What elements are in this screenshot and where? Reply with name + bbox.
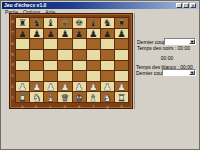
maximize-button[interactable]: □ (183, 3, 189, 8)
square-h1[interactable]: ♜ (115, 92, 128, 102)
square-h3[interactable] (115, 71, 128, 81)
file-label-c: c (44, 103, 58, 110)
square-a6[interactable] (16, 39, 29, 49)
square-b1[interactable]: ♞ (30, 92, 43, 102)
black-rook-piece: ♜ (18, 18, 27, 27)
black-time-value: 00:00 (178, 45, 191, 51)
square-c4[interactable] (44, 61, 57, 71)
square-b4[interactable] (30, 61, 43, 71)
square-f6[interactable] (87, 39, 100, 49)
square-g7[interactable]: ♟ (101, 29, 114, 39)
black-time-label: Temps des noirs : (137, 45, 176, 51)
square-f1[interactable]: ♝ (87, 92, 100, 102)
white-rook-piece: ♜ (18, 93, 27, 102)
square-e6[interactable] (73, 39, 86, 49)
black-last-move-select[interactable]: ▼ (164, 38, 196, 45)
square-c8[interactable]: ♝ (44, 18, 57, 28)
square-g1[interactable]: ♞ (101, 92, 114, 102)
square-f5[interactable] (87, 50, 100, 60)
white-king-piece: ♚ (75, 93, 84, 102)
white-knight-piece: ♞ (103, 93, 112, 102)
square-h5[interactable] (115, 50, 128, 60)
black-bishop-piece: ♝ (47, 18, 56, 27)
white-rook-piece: ♜ (117, 93, 126, 102)
file-labels: abcdefgh (15, 103, 129, 110)
square-a4[interactable] (16, 61, 29, 71)
square-a3[interactable] (16, 71, 29, 81)
white-pawn-piece: ♟ (18, 82, 27, 91)
white-move-dropdown-button[interactable]: ▼ (189, 70, 195, 75)
close-button[interactable]: × (190, 3, 196, 8)
square-a5[interactable] (16, 50, 29, 60)
square-b2[interactable]: ♟ (30, 82, 43, 92)
square-h8[interactable]: ♜ (115, 18, 128, 28)
square-d4[interactable] (58, 61, 71, 71)
minimize-button[interactable]: _ (176, 3, 182, 8)
white-pawn-piece: ♟ (75, 82, 84, 91)
black-rook-piece: ♜ (117, 18, 126, 27)
white-pawn-piece: ♟ (89, 82, 98, 91)
square-d8[interactable]: ♛ (58, 18, 71, 28)
maximize-icon: □ (184, 3, 188, 8)
square-e3[interactable] (73, 71, 86, 81)
white-queen-piece: ♛ (61, 93, 70, 102)
square-g3[interactable] (101, 71, 114, 81)
white-last-move-select[interactable]: ▼ (162, 69, 196, 76)
black-time-row: Temps des noirs : 00:00 (137, 45, 190, 51)
black-bishop-piece: ♝ (89, 18, 98, 27)
black-knight-piece: ♞ (32, 18, 41, 27)
square-b3[interactable] (30, 71, 43, 81)
square-f2[interactable]: ♟ (87, 82, 100, 92)
black-pawn-piece: ♟ (89, 29, 98, 38)
square-f4[interactable] (87, 61, 100, 71)
window-controls: _ □ × (176, 2, 197, 9)
square-h7[interactable]: ♟ (115, 29, 128, 39)
black-move-dropdown-button[interactable]: ▼ (189, 39, 195, 44)
square-b7[interactable]: ♟ (30, 29, 43, 39)
square-d3[interactable] (58, 71, 71, 81)
square-b5[interactable] (30, 50, 43, 60)
square-c5[interactable] (44, 50, 57, 60)
file-label-b: b (29, 103, 43, 110)
black-queen-piece: ♛ (61, 18, 70, 27)
chess-app-window: Jeu d'échecs v1.0 _ □ × PartieOptionsAid… (0, 0, 200, 150)
black-pawn-piece: ♟ (47, 29, 56, 38)
square-a2[interactable]: ♟ (16, 82, 29, 92)
file-label-g: g (101, 103, 115, 110)
square-f7[interactable]: ♟ (87, 29, 100, 39)
white-pawn-piece: ♟ (61, 82, 70, 91)
board-panel-divider (134, 13, 135, 109)
white-pawn-piece: ♟ (103, 82, 112, 91)
square-h2[interactable]: ♟ (115, 82, 128, 92)
square-e1[interactable]: ♚ (73, 92, 86, 102)
white-knight-piece: ♞ (32, 93, 41, 102)
window-title: Jeu d'échecs v1.0 (2, 2, 46, 9)
square-c2[interactable]: ♟ (44, 82, 57, 92)
square-d2[interactable]: ♟ (58, 82, 71, 92)
chevron-down-icon: ▼ (191, 40, 194, 44)
square-e4[interactable] (73, 61, 86, 71)
square-c7[interactable]: ♟ (44, 29, 57, 39)
square-g2[interactable]: ♟ (101, 82, 114, 92)
file-label-f: f (86, 103, 100, 110)
black-pawn-piece: ♟ (61, 29, 70, 38)
square-c1[interactable]: ♝ (44, 92, 57, 102)
board-grid: ♜♞♝♛♚♝♞♜♟♟♟♟♟♟♟♟♟♟♟♟♟♟♟♟♜♞♝♛♚♝♞♜ (15, 17, 129, 103)
black-king-piece: ♚ (75, 18, 84, 27)
square-b6[interactable] (30, 39, 43, 49)
square-d6[interactable] (58, 39, 71, 49)
file-label-a: a (15, 103, 29, 110)
square-e7[interactable]: ♟ (73, 29, 86, 39)
square-a7[interactable]: ♟ (16, 29, 29, 39)
square-e5[interactable] (73, 50, 86, 60)
square-d1[interactable]: ♛ (58, 92, 71, 102)
square-e2[interactable]: ♟ (73, 82, 86, 92)
square-d7[interactable]: ♟ (58, 29, 71, 39)
square-g4[interactable] (101, 61, 114, 71)
file-label-d: d (58, 103, 72, 110)
square-g6[interactable] (101, 39, 114, 49)
minimize-icon: _ (178, 3, 180, 8)
white-bishop-piece: ♝ (89, 93, 98, 102)
square-b8[interactable]: ♞ (30, 18, 43, 28)
square-e8[interactable]: ♚ (73, 18, 86, 28)
file-label-e: e (72, 103, 86, 110)
square-f8[interactable]: ♝ (87, 18, 100, 28)
square-c3[interactable] (44, 71, 57, 81)
square-g5[interactable] (101, 50, 114, 60)
white-pawn-piece: ♟ (32, 82, 41, 91)
close-icon: × (191, 3, 194, 8)
chevron-down-icon: ▼ (191, 71, 194, 75)
chess-board: 87654321 ♜♞♝♛♚♝♞♜♟♟♟♟♟♟♟♟♟♟♟♟♟♟♟♟♜♞♝♛♚♝♞… (9, 13, 133, 109)
square-g8[interactable]: ♞ (101, 18, 114, 28)
game-clock: 00:00 (136, 55, 198, 61)
black-pawn-piece: ♟ (18, 29, 27, 38)
white-pawn-piece: ♟ (47, 82, 56, 91)
square-h4[interactable] (115, 61, 128, 71)
square-h6[interactable] (115, 39, 128, 49)
square-a8[interactable]: ♜ (16, 18, 29, 28)
black-knight-piece: ♞ (103, 18, 112, 27)
square-f3[interactable] (87, 71, 100, 81)
white-bishop-piece: ♝ (47, 93, 56, 102)
square-c6[interactable] (44, 39, 57, 49)
black-pawn-piece: ♟ (75, 29, 84, 38)
black-pawn-piece: ♟ (32, 29, 41, 38)
square-d5[interactable] (58, 50, 71, 60)
square-a1[interactable]: ♜ (16, 92, 29, 102)
file-label-h: h (115, 103, 129, 110)
black-pawn-piece: ♟ (117, 29, 126, 38)
title-bar[interactable]: Jeu d'échecs v1.0 _ □ × (2, 2, 198, 9)
black-pawn-piece: ♟ (103, 29, 112, 38)
white-pawn-piece: ♟ (117, 82, 126, 91)
